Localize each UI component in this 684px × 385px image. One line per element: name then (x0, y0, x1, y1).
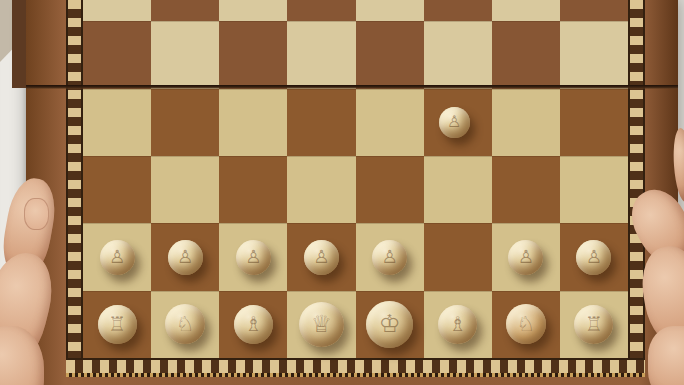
pawn-glyph: ♙ (381, 248, 397, 266)
piece-white-knight-g1[interactable]: ♘ (506, 304, 546, 344)
piece-white-pawn-g2[interactable]: ♙ (508, 240, 543, 275)
queen-glyph: ♕ (311, 313, 332, 336)
pawn-glyph: ♙ (177, 248, 193, 266)
pawn-glyph: ♙ (518, 248, 534, 266)
piece-white-bishop-f1[interactable]: ♗ (438, 305, 477, 344)
scene: ♖♘♗♕♔♗♘♖♙♙♙♙♙♙♙♙ (0, 0, 684, 385)
piece-white-pawn-b2[interactable]: ♙ (168, 240, 203, 275)
bishop-glyph: ♗ (244, 314, 262, 334)
board-side-edge (12, 0, 26, 88)
piece-white-pawn-d2[interactable]: ♙ (304, 240, 339, 275)
knight-glyph: ♘ (176, 314, 195, 335)
piece-white-pawn-c2[interactable]: ♙ (236, 240, 271, 275)
pawn-glyph: ♙ (586, 248, 602, 266)
pawn-glyph: ♙ (245, 248, 261, 266)
left-thumbnail (24, 198, 49, 230)
piece-white-pawn-f4[interactable]: ♙ (439, 107, 470, 138)
piece-white-queen-d1[interactable]: ♕ (299, 302, 344, 347)
piece-white-rook-h1[interactable]: ♖ (574, 305, 613, 344)
piece-white-pawn-h2[interactable]: ♙ (576, 240, 611, 275)
piece-white-king-e1[interactable]: ♔ (366, 301, 413, 348)
rook-glyph: ♖ (585, 314, 603, 334)
piece-white-pawn-a2[interactable]: ♙ (100, 240, 135, 275)
piece-white-bishop-c1[interactable]: ♗ (234, 305, 273, 344)
piece-white-knight-b1[interactable]: ♘ (165, 304, 205, 344)
bishop-glyph: ♗ (449, 314, 467, 334)
piece-white-pawn-e2[interactable]: ♙ (372, 240, 407, 275)
pawn-glyph: ♙ (447, 114, 461, 130)
knight-glyph: ♘ (516, 314, 535, 335)
pawn-glyph: ♙ (313, 248, 329, 266)
piece-white-rook-a1[interactable]: ♖ (98, 305, 137, 344)
king-glyph: ♔ (379, 312, 401, 336)
pawn-glyph: ♙ (109, 248, 125, 266)
rook-glyph: ♖ (108, 314, 126, 334)
pieces-layer: ♖♘♗♕♔♗♘♖♙♙♙♙♙♙♙♙ (26, 0, 678, 385)
chess-board: ♖♘♗♕♔♗♘♖♙♙♙♙♙♙♙♙ (26, 0, 678, 385)
